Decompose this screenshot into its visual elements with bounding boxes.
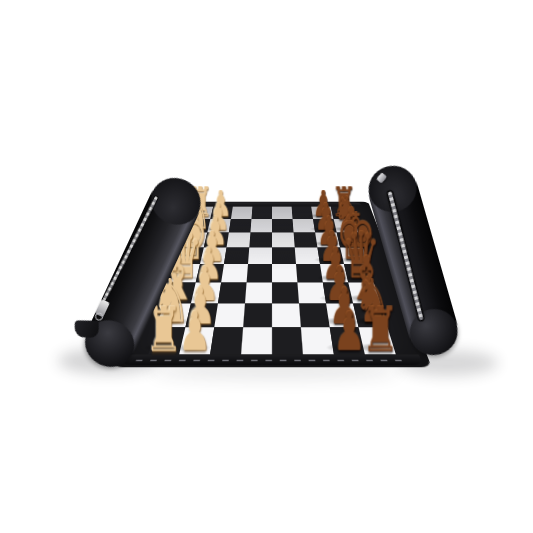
square-b8: ♞ (353, 304, 387, 328)
piece-contact-shadow (198, 241, 227, 246)
square-h4 (251, 207, 272, 219)
square-h8: ♜ (331, 207, 354, 219)
square-d2: ♟ (196, 264, 224, 283)
piece-contact-shadow (190, 275, 223, 282)
square-b4 (243, 304, 272, 328)
square-a5 (272, 327, 303, 354)
square-g2: ♟ (207, 219, 231, 232)
piece-contact-shadow (327, 214, 354, 218)
mat-front-stitching (135, 360, 408, 362)
square-f4 (249, 232, 272, 247)
square-b3 (214, 304, 245, 328)
piece-contact-shadow (184, 295, 219, 302)
square-b5 (272, 304, 301, 328)
piece-contact-shadow (337, 257, 368, 263)
piece-contact-shadow (330, 227, 358, 232)
piece-contact-shadow (178, 317, 215, 325)
piece-contact-shadow (355, 343, 396, 353)
piece-contact-shadow (340, 275, 373, 282)
square-c3 (218, 283, 247, 304)
piece-contact-shadow (205, 214, 231, 218)
square-f3 (227, 232, 251, 247)
piece-contact-shadow (202, 227, 230, 232)
square-d5 (272, 264, 297, 283)
square-e5 (272, 247, 296, 264)
zipper-end-tab (74, 320, 98, 337)
square-h5 (272, 207, 293, 219)
square-f8: ♝ (337, 232, 363, 247)
square-e8: ♚ (340, 247, 368, 264)
square-g3 (229, 219, 252, 232)
square-g5 (272, 219, 294, 232)
square-g4 (250, 219, 272, 232)
square-b2: ♟ (185, 304, 218, 328)
square-a2: ♟ (179, 327, 214, 354)
piece-contact-shadow (194, 257, 225, 263)
square-e4 (248, 247, 272, 264)
piece-contact-shadow (345, 295, 380, 302)
product-photo: ♜♟♟♜♞♟♟♞♝♟♟♝♚♟♟♚♛♟♟♛♝♟♟♝♞♟♟♞♜♟♟♜ (0, 0, 533, 533)
square-d8: ♛ (344, 264, 374, 283)
square-f2: ♟ (204, 232, 229, 247)
square-c4 (245, 283, 272, 304)
square-f5 (272, 232, 295, 247)
square-e3 (224, 247, 249, 264)
piece-contact-shadow (172, 343, 212, 353)
square-e2: ♟ (200, 247, 227, 264)
square-c2: ♟ (191, 283, 221, 304)
square-g8: ♞ (334, 219, 359, 232)
square-c8: ♝ (348, 283, 380, 304)
scene: ♜♟♟♜♞♟♟♞♝♟♟♝♚♟♟♚♛♟♟♛♝♟♟♝♞♟♟♞♜♟♟♜ (0, 0, 533, 533)
square-a8: ♜ (359, 327, 396, 354)
square-h3 (231, 207, 252, 219)
square-c5 (272, 283, 299, 304)
square-h2: ♟ (210, 207, 232, 219)
square-a3 (210, 327, 243, 354)
square-d4 (247, 264, 272, 283)
square-d3 (221, 264, 248, 283)
square-a4 (241, 327, 272, 354)
mat-back-hem (183, 202, 362, 205)
piece-contact-shadow (333, 241, 362, 246)
